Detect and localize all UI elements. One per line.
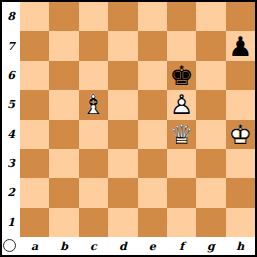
- square-h2[interactable]: [226, 178, 255, 207]
- square-f2[interactable]: [167, 178, 196, 207]
- square-a2[interactable]: [20, 178, 49, 207]
- square-a8[interactable]: [20, 2, 49, 31]
- black-king[interactable]: ♚: [167, 61, 196, 90]
- square-g2[interactable]: [196, 178, 225, 207]
- square-h8[interactable]: [226, 2, 255, 31]
- square-b6[interactable]: [49, 61, 78, 90]
- square-g4[interactable]: [196, 120, 225, 149]
- white-queen-outline-glyph: ♕: [167, 120, 196, 149]
- file-labels: abcdefgh: [20, 237, 255, 255]
- file-label-h: h: [226, 237, 255, 255]
- white-to-move-indicator: [3, 239, 16, 252]
- white-king[interactable]: ♚♔: [226, 120, 255, 149]
- square-a6[interactable]: [20, 61, 49, 90]
- square-d1[interactable]: [108, 208, 137, 237]
- square-a4[interactable]: [20, 120, 49, 149]
- file-label-a: a: [20, 237, 49, 255]
- square-e4[interactable]: [138, 120, 167, 149]
- square-e5[interactable]: [138, 90, 167, 119]
- square-g5[interactable]: [196, 90, 225, 119]
- square-e6[interactable]: [138, 61, 167, 90]
- square-b5[interactable]: [49, 90, 78, 119]
- square-f3[interactable]: [167, 149, 196, 178]
- square-h5[interactable]: [226, 90, 255, 119]
- white-bishop-outline-glyph: ♗: [79, 90, 108, 119]
- square-e3[interactable]: [138, 149, 167, 178]
- square-c7[interactable]: [79, 31, 108, 60]
- chess-board-diagram: 87654321 ♟♚♝♗♟♙♛♕♚♔ abcdefgh: [0, 0, 257, 257]
- square-a7[interactable]: [20, 31, 49, 60]
- file-label-b: b: [49, 237, 78, 255]
- square-f5[interactable]: ♟♙: [167, 90, 196, 119]
- square-e1[interactable]: [138, 208, 167, 237]
- file-label-g: g: [196, 237, 225, 255]
- rank-label-1: 1: [2, 208, 20, 237]
- file-label-d: d: [108, 237, 137, 255]
- square-g6[interactable]: [196, 61, 225, 90]
- square-f6[interactable]: ♚: [167, 61, 196, 90]
- square-a3[interactable]: [20, 149, 49, 178]
- file-label-e: e: [138, 237, 167, 255]
- square-d2[interactable]: [108, 178, 137, 207]
- rank-label-7: 7: [2, 31, 20, 60]
- square-c4[interactable]: [79, 120, 108, 149]
- square-a1[interactable]: [20, 208, 49, 237]
- square-d6[interactable]: [108, 61, 137, 90]
- square-f1[interactable]: [167, 208, 196, 237]
- file-label-f: f: [167, 237, 196, 255]
- square-f8[interactable]: [167, 2, 196, 31]
- square-f7[interactable]: [167, 31, 196, 60]
- square-h6[interactable]: [226, 61, 255, 90]
- white-queen[interactable]: ♛♕: [167, 120, 196, 149]
- black-pawn-glyph: ♟: [226, 31, 255, 60]
- square-a5[interactable]: [20, 90, 49, 119]
- black-pawn[interactable]: ♟: [226, 31, 255, 60]
- rank-label-4: 4: [2, 120, 20, 149]
- black-king-glyph: ♚: [167, 61, 196, 90]
- to-move-corner: [2, 237, 20, 255]
- square-d3[interactable]: [108, 149, 137, 178]
- white-king-outline-glyph: ♔: [226, 120, 255, 149]
- square-b7[interactable]: [49, 31, 78, 60]
- square-f4[interactable]: ♛♕: [167, 120, 196, 149]
- square-e7[interactable]: [138, 31, 167, 60]
- square-b1[interactable]: [49, 208, 78, 237]
- rank-label-8: 8: [2, 2, 20, 31]
- square-d7[interactable]: [108, 31, 137, 60]
- square-d4[interactable]: [108, 120, 137, 149]
- square-c2[interactable]: [79, 178, 108, 207]
- square-c6[interactable]: [79, 61, 108, 90]
- square-b3[interactable]: [49, 149, 78, 178]
- square-c1[interactable]: [79, 208, 108, 237]
- square-h3[interactable]: [226, 149, 255, 178]
- rank-label-3: 3: [2, 149, 20, 178]
- rank-label-6: 6: [2, 61, 20, 90]
- square-e8[interactable]: [138, 2, 167, 31]
- file-label-c: c: [79, 237, 108, 255]
- square-h7[interactable]: ♟: [226, 31, 255, 60]
- white-pawn[interactable]: ♟♙: [167, 90, 196, 119]
- chess-board[interactable]: ♟♚♝♗♟♙♛♕♚♔: [20, 2, 255, 237]
- square-g3[interactable]: [196, 149, 225, 178]
- rank-label-2: 2: [2, 178, 20, 207]
- square-d8[interactable]: [108, 2, 137, 31]
- square-b4[interactable]: [49, 120, 78, 149]
- square-g7[interactable]: [196, 31, 225, 60]
- square-e2[interactable]: [138, 178, 167, 207]
- white-pawn-outline-glyph: ♙: [167, 90, 196, 119]
- square-g1[interactable]: [196, 208, 225, 237]
- square-b8[interactable]: [49, 2, 78, 31]
- white-bishop[interactable]: ♝♗: [79, 90, 108, 119]
- square-h4[interactable]: ♚♔: [226, 120, 255, 149]
- square-g8[interactable]: [196, 2, 225, 31]
- square-c5[interactable]: ♝♗: [79, 90, 108, 119]
- square-b2[interactable]: [49, 178, 78, 207]
- square-c8[interactable]: [79, 2, 108, 31]
- rank-label-5: 5: [2, 90, 20, 119]
- square-c3[interactable]: [79, 149, 108, 178]
- square-d5[interactable]: [108, 90, 137, 119]
- rank-labels: 87654321: [2, 2, 20, 237]
- square-h1[interactable]: [226, 208, 255, 237]
